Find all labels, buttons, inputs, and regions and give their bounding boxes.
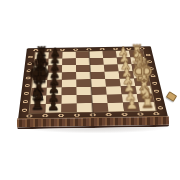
board-square [92, 95, 108, 104]
board-square: ♟ [123, 102, 140, 111]
board-square [92, 103, 108, 112]
scene: ♜♟♟♜♞♟♟♞♝♟♟♝♛♟♟♛♚♟♟♚♝♟♟♝♞♟♟♞♜♟♟♜ [0, 0, 180, 180]
board-square: ♟ [45, 104, 61, 113]
board-square [104, 71, 119, 79]
board-square [61, 103, 77, 112]
board-square: ♜ [138, 102, 155, 111]
board-square [61, 87, 76, 95]
piece-white-rook: ♜ [140, 94, 154, 110]
board-square [91, 79, 106, 87]
piece-white-pawn: ♟ [126, 97, 139, 111]
brass-clasp [166, 91, 177, 102]
board-square [107, 94, 123, 103]
piece-black-pawn: ♟ [47, 98, 60, 112]
board-square [61, 95, 76, 104]
board-square [106, 86, 122, 94]
piece-black-rook: ♜ [30, 96, 44, 112]
board-square [108, 103, 125, 112]
chess-board: ♜♟♟♜♞♟♟♞♝♟♟♝♛♟♟♛♚♟♟♚♝♟♟♝♞♟♟♞♜♟♟♜ [18, 46, 168, 119]
board-square: ♜ [30, 104, 46, 113]
